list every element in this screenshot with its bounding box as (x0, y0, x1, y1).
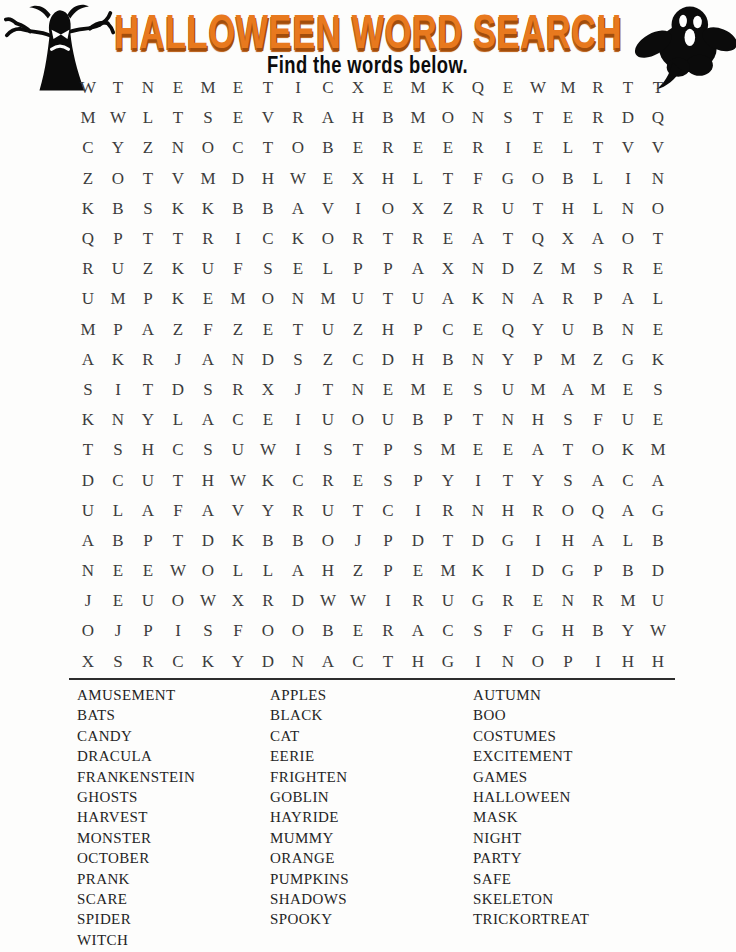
grid-cell[interactable]: M (553, 254, 583, 284)
grid-cell[interactable]: N (613, 194, 643, 224)
grid-cell[interactable]: N (613, 315, 643, 345)
grid-cell[interactable]: A (643, 465, 673, 495)
grid-cell[interactable]: D (223, 164, 253, 194)
grid-cell[interactable]: N (553, 586, 583, 616)
grid-cell[interactable]: X (553, 224, 583, 254)
grid-cell[interactable]: S (553, 465, 583, 495)
grid-cell[interactable]: W (643, 616, 673, 646)
grid-cell[interactable]: K (463, 556, 493, 586)
grid-cell[interactable]: I (373, 586, 403, 616)
grid-cell[interactable]: C (343, 345, 373, 375)
grid-cell[interactable]: U (433, 586, 463, 616)
grid-cell[interactable]: Q (643, 103, 673, 133)
grid-cell[interactable]: W (193, 586, 223, 616)
grid-cell[interactable]: C (283, 465, 313, 495)
grid-cell[interactable]: J (73, 586, 103, 616)
grid-cell[interactable]: K (163, 194, 193, 224)
grid-cell[interactable]: J (283, 375, 313, 405)
grid-cell[interactable]: S (103, 435, 133, 465)
grid-cell[interactable]: R (73, 254, 103, 284)
grid-cell[interactable]: W (103, 103, 133, 133)
grid-cell[interactable]: R (373, 616, 403, 646)
grid-cell[interactable]: S (493, 103, 523, 133)
grid-cell[interactable]: H (133, 435, 163, 465)
grid-cell[interactable]: E (343, 616, 373, 646)
grid-cell[interactable]: B (553, 164, 583, 194)
grid-cell[interactable]: C (73, 133, 103, 163)
grid-cell[interactable]: U (133, 465, 163, 495)
grid-cell[interactable]: N (463, 254, 493, 284)
grid-cell[interactable]: A (313, 647, 343, 677)
grid-cell[interactable]: T (523, 103, 553, 133)
grid-cell[interactable]: A (313, 103, 343, 133)
grid-cell[interactable]: U (73, 496, 103, 526)
grid-cell[interactable]: M (403, 73, 433, 103)
grid-cell[interactable]: H (313, 556, 343, 586)
grid-cell[interactable]: E (433, 133, 463, 163)
grid-cell[interactable]: E (373, 375, 403, 405)
grid-cell[interactable]: W (223, 465, 253, 495)
grid-cell[interactable]: H (643, 647, 673, 677)
grid-cell[interactable]: T (163, 526, 193, 556)
grid-cell[interactable]: I (343, 194, 373, 224)
grid-cell[interactable]: C (343, 647, 373, 677)
grid-cell[interactable]: T (133, 224, 163, 254)
grid-cell[interactable]: H (523, 405, 553, 435)
grid-cell[interactable]: N (103, 405, 133, 435)
grid-cell[interactable]: X (253, 375, 283, 405)
grid-cell[interactable]: V (253, 103, 283, 133)
grid-cell[interactable]: E (283, 254, 313, 284)
grid-cell[interactable]: O (523, 164, 553, 194)
grid-cell[interactable]: I (223, 224, 253, 254)
grid-cell[interactable]: I (523, 526, 553, 556)
grid-cell[interactable]: G (523, 616, 553, 646)
grid-cell[interactable]: E (643, 315, 673, 345)
grid-cell[interactable]: V (163, 164, 193, 194)
grid-cell[interactable]: D (253, 647, 283, 677)
grid-cell[interactable]: G (613, 345, 643, 375)
grid-cell[interactable]: X (343, 164, 373, 194)
grid-cell[interactable]: B (373, 103, 403, 133)
grid-cell[interactable]: U (73, 284, 103, 314)
grid-cell[interactable]: A (463, 224, 493, 254)
grid-cell[interactable]: O (253, 616, 283, 646)
grid-cell[interactable]: N (493, 284, 523, 314)
grid-cell[interactable]: C (163, 647, 193, 677)
grid-cell[interactable]: L (313, 254, 343, 284)
grid-cell[interactable]: Z (343, 315, 373, 345)
grid-cell[interactable]: U (343, 284, 373, 314)
grid-cell[interactable]: C (433, 616, 463, 646)
grid-cell[interactable]: W (313, 586, 343, 616)
grid-cell[interactable]: T (133, 375, 163, 405)
grid-cell[interactable]: T (463, 405, 493, 435)
grid-cell[interactable]: I (463, 465, 493, 495)
grid-cell[interactable]: T (253, 73, 283, 103)
grid-cell[interactable]: N (283, 647, 313, 677)
grid-cell[interactable]: P (103, 224, 133, 254)
grid-cell[interactable]: B (643, 526, 673, 556)
grid-cell[interactable]: D (373, 345, 403, 375)
grid-cell[interactable]: Y (613, 616, 643, 646)
grid-cell[interactable]: C (433, 315, 463, 345)
grid-cell[interactable]: M (193, 73, 223, 103)
grid-cell[interactable]: G (493, 164, 523, 194)
grid-cell[interactable]: O (193, 556, 223, 586)
grid-cell[interactable]: F (193, 315, 223, 345)
grid-cell[interactable]: H (613, 647, 643, 677)
grid-cell[interactable]: X (403, 194, 433, 224)
grid-cell[interactable]: H (553, 616, 583, 646)
grid-cell[interactable]: N (283, 284, 313, 314)
grid-cell[interactable]: E (463, 315, 493, 345)
grid-cell[interactable]: L (583, 164, 613, 194)
grid-cell[interactable]: O (193, 133, 223, 163)
grid-cell[interactable]: F (493, 616, 523, 646)
grid-cell[interactable]: B (583, 315, 613, 345)
grid-cell[interactable]: I (403, 496, 433, 526)
grid-cell[interactable]: P (343, 254, 373, 284)
grid-cell[interactable]: K (433, 73, 463, 103)
grid-cell[interactable]: M (553, 345, 583, 375)
grid-cell[interactable]: A (73, 526, 103, 556)
grid-cell[interactable]: E (133, 556, 163, 586)
grid-cell[interactable]: B (103, 194, 133, 224)
grid-cell[interactable]: T (523, 194, 553, 224)
grid-cell[interactable]: F (163, 496, 193, 526)
grid-cell[interactable]: S (73, 375, 103, 405)
grid-cell[interactable]: M (613, 586, 643, 616)
grid-cell[interactable]: J (103, 616, 133, 646)
grid-cell[interactable]: H (553, 194, 583, 224)
grid-cell[interactable]: O (343, 405, 373, 435)
grid-cell[interactable]: U (373, 405, 403, 435)
grid-cell[interactable]: S (553, 405, 583, 435)
grid-cell[interactable]: R (133, 647, 163, 677)
grid-cell[interactable]: S (193, 103, 223, 133)
grid-cell[interactable]: O (253, 284, 283, 314)
grid-cell[interactable]: A (73, 345, 103, 375)
grid-cell[interactable]: R (133, 345, 163, 375)
grid-cell[interactable]: L (253, 556, 283, 586)
grid-cell[interactable]: Z (163, 315, 193, 345)
grid-cell[interactable]: V (613, 133, 643, 163)
grid-cell[interactable]: E (523, 586, 553, 616)
grid-cell[interactable]: B (613, 556, 643, 586)
grid-cell[interactable]: S (403, 435, 433, 465)
grid-cell[interactable]: Z (523, 254, 553, 284)
grid-cell[interactable]: N (223, 345, 253, 375)
grid-cell[interactable]: M (523, 375, 553, 405)
grid-cell[interactable]: B (253, 194, 283, 224)
grid-cell[interactable]: T (253, 133, 283, 163)
grid-cell[interactable]: S (463, 375, 493, 405)
grid-cell[interactable]: U (133, 586, 163, 616)
grid-cell[interactable]: Y (133, 405, 163, 435)
grid-cell[interactable]: E (403, 556, 433, 586)
grid-cell[interactable]: Y (493, 345, 523, 375)
grid-cell[interactable]: R (253, 586, 283, 616)
grid-cell[interactable]: U (613, 405, 643, 435)
grid-cell[interactable]: R (343, 224, 373, 254)
grid-cell[interactable]: T (553, 435, 583, 465)
grid-cell[interactable]: C (103, 465, 133, 495)
grid-cell[interactable]: C (223, 133, 253, 163)
grid-cell[interactable]: O (553, 496, 583, 526)
grid-cell[interactable]: P (103, 315, 133, 345)
grid-cell[interactable]: A (523, 284, 553, 314)
grid-cell[interactable]: H (193, 465, 223, 495)
grid-cell[interactable]: R (223, 375, 253, 405)
grid-cell[interactable]: L (163, 405, 193, 435)
grid-cell[interactable]: B (403, 405, 433, 435)
grid-cell[interactable]: Q (583, 496, 613, 526)
grid-cell[interactable]: M (553, 73, 583, 103)
grid-cell[interactable]: E (223, 73, 253, 103)
grid-cell[interactable]: K (73, 194, 103, 224)
grid-cell[interactable]: L (133, 103, 163, 133)
grid-cell[interactable]: D (613, 103, 643, 133)
grid-cell[interactable]: E (343, 465, 373, 495)
grid-cell[interactable]: H (373, 164, 403, 194)
grid-cell[interactable]: E (643, 254, 673, 284)
grid-cell[interactable]: U (103, 254, 133, 284)
grid-cell[interactable]: Z (313, 345, 343, 375)
grid-cell[interactable]: E (553, 103, 583, 133)
grid-cell[interactable]: T (343, 435, 373, 465)
grid-cell[interactable]: X (433, 254, 463, 284)
grid-cell[interactable]: C (253, 224, 283, 254)
grid-cell[interactable]: O (283, 616, 313, 646)
grid-cell[interactable]: R (463, 194, 493, 224)
grid-cell[interactable]: Z (133, 254, 163, 284)
grid-cell[interactable]: E (223, 103, 253, 133)
grid-cell[interactable]: K (73, 405, 103, 435)
grid-cell[interactable]: F (223, 254, 253, 284)
grid-cell[interactable]: T (163, 224, 193, 254)
grid-cell[interactable]: B (223, 194, 253, 224)
grid-cell[interactable]: G (433, 647, 463, 677)
grid-cell[interactable]: A (583, 465, 613, 495)
grid-cell[interactable]: P (433, 405, 463, 435)
grid-cell[interactable]: R (193, 224, 223, 254)
grid-cell[interactable]: H (403, 345, 433, 375)
grid-cell[interactable]: L (643, 284, 673, 314)
grid-cell[interactable]: K (613, 435, 643, 465)
grid-cell[interactable]: P (583, 284, 613, 314)
grid-cell[interactable]: B (583, 616, 613, 646)
grid-cell[interactable]: Y (253, 496, 283, 526)
grid-cell[interactable]: R (583, 73, 613, 103)
grid-cell[interactable]: R (403, 586, 433, 616)
grid-cell[interactable]: T (313, 375, 343, 405)
grid-cell[interactable]: D (73, 465, 103, 495)
grid-cell[interactable]: M (643, 435, 673, 465)
grid-cell[interactable]: O (313, 224, 343, 254)
grid-cell[interactable]: E (343, 133, 373, 163)
grid-cell[interactable]: U (493, 194, 523, 224)
grid-cell[interactable]: T (433, 526, 463, 556)
grid-cell[interactable]: A (193, 496, 223, 526)
grid-cell[interactable]: Y (103, 133, 133, 163)
grid-cell[interactable]: T (643, 224, 673, 254)
grid-cell[interactable]: L (103, 496, 133, 526)
grid-cell[interactable]: O (313, 526, 343, 556)
grid-cell[interactable]: W (283, 164, 313, 194)
grid-cell[interactable]: E (493, 73, 523, 103)
grid-cell[interactable]: C (613, 465, 643, 495)
grid-cell[interactable]: A (583, 224, 613, 254)
grid-cell[interactable]: A (193, 405, 223, 435)
grid-cell[interactable]: S (193, 435, 223, 465)
grid-cell[interactable]: W (523, 73, 553, 103)
grid-cell[interactable]: S (193, 616, 223, 646)
grid-cell[interactable]: Y (433, 465, 463, 495)
grid-cell[interactable]: R (583, 103, 613, 133)
grid-cell[interactable]: N (463, 103, 493, 133)
grid-cell[interactable]: T (133, 164, 163, 194)
grid-cell[interactable]: G (553, 556, 583, 586)
grid-cell[interactable]: O (163, 586, 193, 616)
grid-cell[interactable]: X (73, 647, 103, 677)
grid-cell[interactable]: E (643, 405, 673, 435)
grid-cell[interactable]: O (433, 103, 463, 133)
grid-cell[interactable]: E (433, 224, 463, 254)
grid-cell[interactable]: J (163, 345, 193, 375)
grid-cell[interactable]: N (73, 556, 103, 586)
grid-cell[interactable]: N (133, 73, 163, 103)
grid-cell[interactable]: E (523, 133, 553, 163)
grid-cell[interactable]: M (193, 164, 223, 194)
grid-cell[interactable]: M (223, 284, 253, 314)
grid-cell[interactable]: N (163, 133, 193, 163)
grid-cell[interactable]: T (493, 224, 523, 254)
grid-cell[interactable]: N (463, 345, 493, 375)
grid-cell[interactable]: I (583, 647, 613, 677)
grid-cell[interactable]: U (313, 496, 343, 526)
grid-cell[interactable]: L (583, 194, 613, 224)
grid-cell[interactable]: B (253, 526, 283, 556)
grid-cell[interactable]: K (163, 284, 193, 314)
grid-cell[interactable]: O (523, 647, 553, 677)
grid-cell[interactable]: A (403, 616, 433, 646)
grid-cell[interactable]: P (373, 556, 403, 586)
grid-cell[interactable]: V (223, 496, 253, 526)
grid-cell[interactable]: H (553, 526, 583, 556)
grid-cell[interactable]: T (163, 103, 193, 133)
grid-cell[interactable]: X (223, 586, 253, 616)
grid-cell[interactable]: I (493, 133, 523, 163)
grid-cell[interactable]: P (553, 647, 583, 677)
grid-cell[interactable]: D (463, 526, 493, 556)
grid-cell[interactable]: Y (523, 315, 553, 345)
grid-cell[interactable]: I (103, 375, 133, 405)
grid-cell[interactable]: N (343, 375, 373, 405)
grid-cell[interactable]: U (193, 254, 223, 284)
grid-cell[interactable]: T (613, 73, 643, 103)
grid-cell[interactable]: U (313, 315, 343, 345)
grid-cell[interactable]: I (613, 164, 643, 194)
grid-cell[interactable]: R (283, 103, 313, 133)
grid-cell[interactable]: E (373, 73, 403, 103)
grid-cell[interactable]: L (613, 526, 643, 556)
grid-cell[interactable]: P (133, 284, 163, 314)
grid-cell[interactable]: Y (523, 465, 553, 495)
grid-cell[interactable]: Z (73, 164, 103, 194)
grid-cell[interactable]: K (253, 465, 283, 495)
grid-cell[interactable]: B (433, 345, 463, 375)
grid-cell[interactable]: S (643, 375, 673, 405)
grid-cell[interactable]: D (523, 556, 553, 586)
grid-cell[interactable]: D (193, 526, 223, 556)
grid-cell[interactable]: E (103, 586, 133, 616)
grid-cell[interactable]: C (313, 73, 343, 103)
grid-cell[interactable]: S (253, 254, 283, 284)
grid-cell[interactable]: J (343, 526, 373, 556)
grid-cell[interactable]: F (583, 405, 613, 435)
grid-cell[interactable]: M (403, 375, 433, 405)
grid-cell[interactable]: F (223, 616, 253, 646)
grid-cell[interactable]: U (313, 405, 343, 435)
grid-cell[interactable]: M (583, 375, 613, 405)
grid-cell[interactable]: D (163, 375, 193, 405)
grid-cell[interactable]: K (223, 526, 253, 556)
grid-cell[interactable]: W (253, 435, 283, 465)
grid-cell[interactable]: P (583, 556, 613, 586)
grid-cell[interactable]: B (103, 526, 133, 556)
grid-cell[interactable]: D (643, 556, 673, 586)
grid-cell[interactable]: R (523, 496, 553, 526)
grid-cell[interactable]: T (163, 465, 193, 495)
grid-cell[interactable]: S (373, 465, 403, 495)
grid-cell[interactable]: T (373, 224, 403, 254)
grid-cell[interactable]: M (433, 556, 463, 586)
grid-cell[interactable]: O (283, 133, 313, 163)
grid-cell[interactable]: M (403, 103, 433, 133)
grid-cell[interactable]: E (193, 284, 223, 314)
grid-cell[interactable]: N (643, 164, 673, 194)
grid-cell[interactable]: A (133, 496, 163, 526)
grid-cell[interactable]: H (253, 164, 283, 194)
grid-cell[interactable]: V (643, 133, 673, 163)
grid-cell[interactable]: O (613, 224, 643, 254)
grid-cell[interactable]: U (493, 375, 523, 405)
grid-cell[interactable]: P (373, 435, 403, 465)
grid-cell[interactable]: Z (343, 556, 373, 586)
grid-cell[interactable]: R (583, 586, 613, 616)
grid-cell[interactable]: U (643, 586, 673, 616)
grid-cell[interactable]: T (343, 496, 373, 526)
grid-cell[interactable]: A (583, 526, 613, 556)
grid-cell[interactable]: T (373, 647, 403, 677)
grid-cell[interactable]: L (223, 556, 253, 586)
grid-cell[interactable]: D (403, 526, 433, 556)
grid-cell[interactable]: U (553, 315, 583, 345)
grid-cell[interactable]: P (403, 315, 433, 345)
grid-cell[interactable]: Z (133, 133, 163, 163)
grid-cell[interactable]: Y (223, 647, 253, 677)
grid-cell[interactable]: Q (493, 315, 523, 345)
grid-cell[interactable]: T (103, 73, 133, 103)
grid-cell[interactable]: E (403, 133, 433, 163)
grid-cell[interactable]: I (463, 647, 493, 677)
grid-cell[interactable]: G (463, 586, 493, 616)
grid-cell[interactable]: W (163, 556, 193, 586)
grid-cell[interactable]: I (283, 73, 313, 103)
grid-cell[interactable]: G (493, 526, 523, 556)
grid-cell[interactable]: S (103, 647, 133, 677)
